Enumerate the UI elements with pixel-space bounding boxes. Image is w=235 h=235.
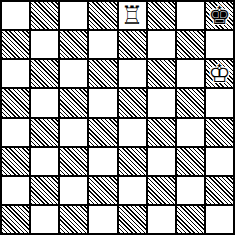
square-d7[interactable]	[89, 31, 116, 58]
black-king-fill: ♚	[208, 3, 230, 28]
square-f4[interactable]	[148, 119, 175, 146]
square-a7[interactable]	[2, 31, 29, 58]
square-g6[interactable]	[177, 60, 204, 87]
square-f2[interactable]	[148, 177, 175, 204]
square-d8[interactable]	[89, 2, 116, 29]
square-f1[interactable]	[148, 206, 175, 233]
square-c1[interactable]	[60, 206, 87, 233]
square-g4[interactable]	[177, 119, 204, 146]
square-b7[interactable]	[31, 31, 58, 58]
square-d2[interactable]	[89, 177, 116, 204]
square-g8[interactable]	[177, 2, 204, 29]
square-h4[interactable]	[206, 119, 233, 146]
square-h3[interactable]	[206, 148, 233, 175]
square-e6[interactable]	[119, 60, 146, 87]
white-king-outline: ♔	[208, 61, 230, 86]
black-king[interactable]: ♚	[208, 3, 230, 28]
square-a3[interactable]	[2, 148, 29, 175]
square-b3[interactable]	[31, 148, 58, 175]
square-b8[interactable]	[31, 2, 58, 29]
square-c2[interactable]	[60, 177, 87, 204]
white-rook[interactable]: ♜♖	[121, 3, 143, 28]
square-g1[interactable]	[177, 206, 204, 233]
square-b2[interactable]	[31, 177, 58, 204]
square-h8[interactable]: ♚	[206, 2, 233, 29]
square-f3[interactable]	[148, 148, 175, 175]
square-c4[interactable]	[60, 119, 87, 146]
square-e5[interactable]	[119, 89, 146, 116]
chess-diagram: ♜♖♚♚♔	[0, 0, 235, 235]
square-d6[interactable]	[89, 60, 116, 87]
square-e3[interactable]	[119, 148, 146, 175]
square-e7[interactable]	[119, 31, 146, 58]
square-e8[interactable]: ♜♖	[119, 2, 146, 29]
square-d1[interactable]	[89, 206, 116, 233]
square-h7[interactable]	[206, 31, 233, 58]
square-b4[interactable]	[31, 119, 58, 146]
square-a4[interactable]	[2, 119, 29, 146]
chess-board: ♜♖♚♚♔	[0, 0, 235, 235]
square-c3[interactable]	[60, 148, 87, 175]
square-b1[interactable]	[31, 206, 58, 233]
square-a1[interactable]	[2, 206, 29, 233]
square-g3[interactable]	[177, 148, 204, 175]
square-h6[interactable]: ♚♔	[206, 60, 233, 87]
square-a8[interactable]	[2, 2, 29, 29]
square-h1[interactable]	[206, 206, 233, 233]
square-a5[interactable]	[2, 89, 29, 116]
square-e4[interactable]	[119, 119, 146, 146]
square-d5[interactable]	[89, 89, 116, 116]
square-f6[interactable]	[148, 60, 175, 87]
square-b6[interactable]	[31, 60, 58, 87]
white-rook-outline: ♖	[121, 3, 143, 28]
square-b5[interactable]	[31, 89, 58, 116]
square-d4[interactable]	[89, 119, 116, 146]
square-c6[interactable]	[60, 60, 87, 87]
square-c8[interactable]	[60, 2, 87, 29]
square-a2[interactable]	[2, 177, 29, 204]
square-g7[interactable]	[177, 31, 204, 58]
white-king[interactable]: ♚♔	[208, 61, 230, 86]
square-e1[interactable]	[119, 206, 146, 233]
square-f7[interactable]	[148, 31, 175, 58]
square-h5[interactable]	[206, 89, 233, 116]
square-a6[interactable]	[2, 60, 29, 87]
square-c5[interactable]	[60, 89, 87, 116]
square-g2[interactable]	[177, 177, 204, 204]
square-f5[interactable]	[148, 89, 175, 116]
square-d3[interactable]	[89, 148, 116, 175]
square-f8[interactable]	[148, 2, 175, 29]
square-h2[interactable]	[206, 177, 233, 204]
square-e2[interactable]	[119, 177, 146, 204]
square-g5[interactable]	[177, 89, 204, 116]
square-c7[interactable]	[60, 31, 87, 58]
